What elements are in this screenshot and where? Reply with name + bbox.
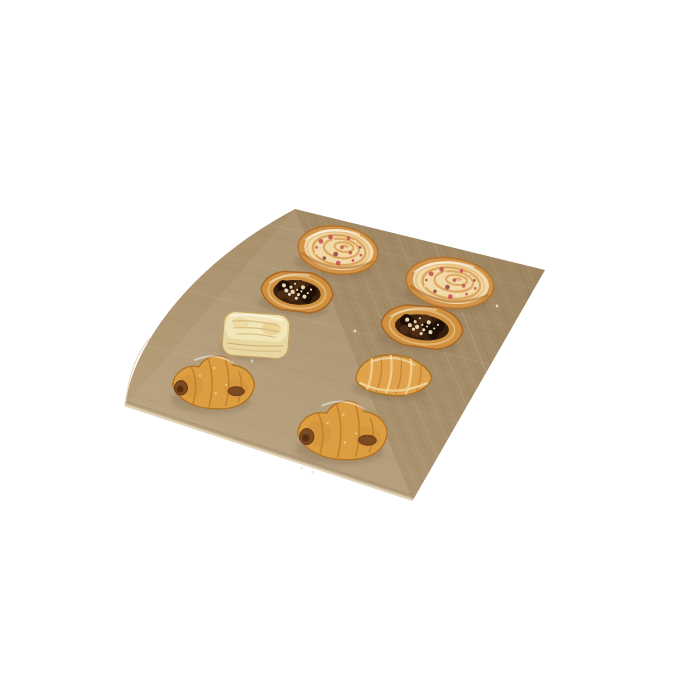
pastry-crumb [251,360,254,363]
pastry-crumb [301,467,304,470]
pastry-crumb [496,305,499,308]
pastry-puff-slice-left: puff pastry slice [219,311,290,363]
pastry-baking-sheet-photo: berry swirl danishfruit and almond danis… [0,0,700,700]
pastry-crumb [312,471,315,474]
pastry-crumb [354,330,357,333]
product-photo: berry swirl danishfruit and almond danis… [0,0,700,700]
